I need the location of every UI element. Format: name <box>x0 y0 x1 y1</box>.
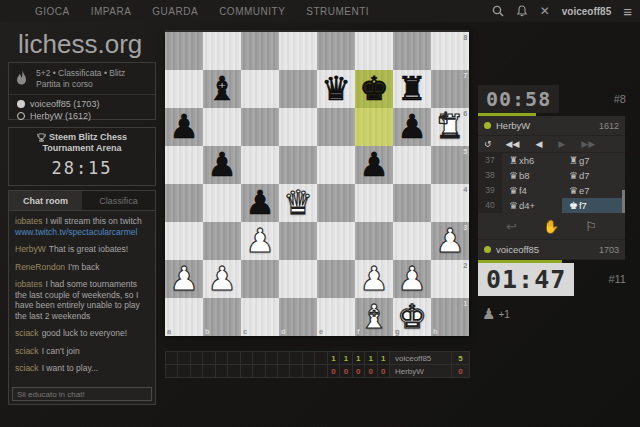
move-39-black[interactable]: ♛e7 <box>562 183 622 198</box>
square-g3[interactable] <box>393 222 431 260</box>
score-cell-empty <box>265 365 277 378</box>
resign-flag-icon[interactable]: ⚐ <box>585 219 597 234</box>
score-cell-empty <box>190 352 202 365</box>
black-pawn-a6[interactable]: ♟ <box>165 108 203 146</box>
rank-coordinate: 2 <box>463 261 467 270</box>
score-cell-empty <box>277 365 289 378</box>
move-piece-icon: ♛ <box>569 185 578 196</box>
score-cell-empty <box>190 365 202 378</box>
move-number: 40 <box>478 198 502 213</box>
square-a7[interactable] <box>165 70 203 108</box>
score-cell: 0 <box>352 365 364 378</box>
square-g6[interactable]: ♟ <box>393 108 431 146</box>
chat-message: HerbyWThat is great iobates! <box>15 244 149 255</box>
move-piece-icon: ♜ <box>509 155 518 166</box>
nav-item-gioca[interactable]: GIOCA <box>35 6 70 17</box>
own-tournament-rank: #11 <box>608 273 626 285</box>
takeback-icon[interactable]: ↩ <box>506 219 517 234</box>
score-cell-empty <box>215 365 227 378</box>
black-pawn-f5[interactable]: ♟ <box>355 146 393 184</box>
square-c7[interactable] <box>241 70 279 108</box>
score-cell-empty <box>178 365 190 378</box>
move-37-white[interactable]: ♜xh6 <box>502 153 562 168</box>
score-row-voiceoff85: 11111voiceoff855 <box>166 352 470 365</box>
file-coordinate: h <box>433 327 438 336</box>
nav-item-strumenti[interactable]: STRUMENTI <box>306 6 369 17</box>
square-a4[interactable] <box>165 184 203 222</box>
score-cell-empty <box>253 352 265 365</box>
material-advantage: ♟ +1 <box>482 305 510 323</box>
game-player-black[interactable]: HerbyW (1612) <box>9 110 155 122</box>
move-number: 37 <box>478 153 502 168</box>
score-cell-empty <box>166 365 178 378</box>
square-f3[interactable] <box>355 222 393 260</box>
own-name[interactable]: voiceoff85 <box>496 244 594 255</box>
nav-item-impara[interactable]: IMPARA <box>91 6 132 17</box>
white-pawn-b2[interactable]: ♟ <box>203 260 241 298</box>
move-piece-icon: ♛ <box>569 170 578 181</box>
game-player-white[interactable]: voiceoff85 (1703) <box>9 98 155 110</box>
flip-cycle-button[interactable]: ↺ <box>484 139 492 149</box>
move-39-white[interactable]: ♛f4 <box>502 183 562 198</box>
score-cell: 0 <box>327 365 339 378</box>
score-player-name[interactable]: voiceoff85 <box>389 352 451 365</box>
square-g1[interactable]: g♚ <box>393 298 431 336</box>
score-cell: 1 <box>365 352 377 365</box>
square-e1[interactable]: e <box>317 298 355 336</box>
square-h8[interactable]: 8 <box>431 32 469 70</box>
score-cell: 0 <box>340 365 352 378</box>
score-total: 5 <box>451 352 469 365</box>
score-cell-empty <box>277 352 289 365</box>
square-b8[interactable] <box>203 32 241 70</box>
rank-coordinate: 3 <box>463 223 467 232</box>
chat-message: sciackgood luck to everyone! <box>15 328 149 339</box>
square-e6[interactable] <box>317 108 355 146</box>
score-cell-empty <box>315 365 327 378</box>
square-e5[interactable] <box>317 146 355 184</box>
square-e2[interactable] <box>317 260 355 298</box>
square-h5[interactable]: 5 <box>431 146 469 184</box>
trophy-icon <box>37 133 46 142</box>
score-cell-empty <box>290 352 302 365</box>
square-d6[interactable] <box>279 108 317 146</box>
black-pawn-g6[interactable]: ♟ <box>393 108 431 146</box>
move-37-black[interactable]: ♜g7 <box>562 153 622 168</box>
square-b6[interactable] <box>203 108 241 146</box>
square-g4[interactable] <box>393 184 431 222</box>
move-38-black[interactable]: ♛d7 <box>562 168 622 183</box>
square-g7[interactable]: ♜ <box>393 70 431 108</box>
square-d2[interactable] <box>279 260 317 298</box>
square-c4[interactable]: ♟ <box>241 184 279 222</box>
square-c8[interactable] <box>241 32 279 70</box>
chat-username[interactable]: sciack <box>15 346 39 356</box>
square-e7[interactable]: ♛ <box>317 70 355 108</box>
chat-username[interactable]: sciack <box>15 328 39 338</box>
black-queen-e7[interactable]: ♛ <box>317 70 355 108</box>
score-cell-empty <box>315 352 327 365</box>
chat-username[interactable]: sciack <box>15 363 39 373</box>
last-move-button[interactable]: ▶▶ <box>581 139 595 149</box>
square-a1[interactable]: a <box>165 298 203 336</box>
chat-message: iobatesI had some tournaments the last c… <box>15 279 149 321</box>
chat-messages: iobatesI will stream this on twitchwww.t… <box>9 211 155 385</box>
square-a3[interactable] <box>165 222 203 260</box>
square-h2[interactable]: 2 <box>431 260 469 298</box>
score-cell-empty <box>215 352 227 365</box>
square-d5[interactable] <box>279 146 317 184</box>
square-f4[interactable] <box>355 184 393 222</box>
black-pawn-c4[interactable]: ♟ <box>241 184 279 222</box>
square-h3[interactable]: 3♟ <box>431 222 469 260</box>
rank-coordinate: 7 <box>463 71 467 80</box>
square-e4[interactable] <box>317 184 355 222</box>
square-b5[interactable]: ♟ <box>203 146 241 184</box>
black-rook-g7[interactable]: ♜ <box>393 70 431 108</box>
square-a8[interactable] <box>165 32 203 70</box>
square-f6[interactable] <box>355 108 393 146</box>
score-cell-empty <box>302 352 314 365</box>
score-cell-empty <box>240 365 252 378</box>
own-clock-row: 01:47 <box>478 263 628 296</box>
square-c1[interactable]: c <box>241 298 279 336</box>
file-coordinate: e <box>319 327 323 336</box>
move-row: 37♜xh6♜g7 <box>478 153 625 168</box>
rank-coordinate: 4 <box>463 185 467 194</box>
score-cell: 0 <box>365 365 377 378</box>
square-d8[interactable] <box>279 32 317 70</box>
chat-tabs: Chat roomClassifica <box>9 191 155 211</box>
chat-link[interactable]: www.twitch.tv/spectacularcarmel <box>15 227 149 238</box>
tournament-clock: 28:15 <box>9 158 155 178</box>
score-cell-empty <box>253 365 265 378</box>
move-40-white[interactable]: ♛d4+ <box>502 198 562 213</box>
move-piece-icon: ♛ <box>509 200 518 211</box>
file-coordinate: f <box>357 327 360 336</box>
score-cell-empty <box>228 352 240 365</box>
file-coordinate: g <box>395 327 400 336</box>
online-dot-icon <box>484 122 491 129</box>
chat-username[interactable]: iobates <box>15 279 42 289</box>
chat-username[interactable]: ReneRondon <box>15 262 65 272</box>
move-nav-controls: ↺ ◀◀ ◀ ▶ ▶▶ <box>478 136 625 153</box>
game-players-list: voiceoff85 (1703)HerbyW (1612) <box>9 95 155 122</box>
game-info-panel: 5+2 • Classificata • Blitz Partita in co… <box>8 62 156 120</box>
opponent-tournament-rank: #8 <box>614 93 626 105</box>
score-cell-empty <box>203 352 215 365</box>
square-d7[interactable] <box>279 70 317 108</box>
next-move-button[interactable]: ▶ <box>558 139 565 149</box>
chess-board[interactable]: 8♝♛♚♜7♟♟6♜♟♟5♟♛4♟3♟♟♟♟♟2abcdef♝g♚1h <box>165 30 469 334</box>
chat-message: sciackI want to play... <box>15 363 149 374</box>
score-cell: 1 <box>352 352 364 365</box>
game-mode-line: 5+2 • Classificata • Blitz <box>36 68 125 79</box>
mouse-cursor-hand-icon: ☝ <box>438 108 448 128</box>
chat-input[interactable]: Sii educato in chat! <box>12 387 152 401</box>
square-h6[interactable]: 6♜ <box>431 108 469 146</box>
score-cell-empty <box>166 352 178 365</box>
score-cell: 1 <box>340 352 352 365</box>
square-e8[interactable] <box>317 32 355 70</box>
own-rating: 1703 <box>599 245 619 255</box>
chat-panel: Chat roomClassifica iobatesI will stream… <box>8 190 156 405</box>
game-action-buttons: ↩ ✋ ⚐ <box>478 213 625 240</box>
square-a6[interactable]: ♟ <box>165 108 203 146</box>
score-row-HerbyW: 00000HerbyW0 <box>166 365 470 378</box>
rank-coordinate: 6 <box>463 109 467 118</box>
square-d3[interactable] <box>279 222 317 260</box>
square-b7[interactable]: ♝ <box>203 70 241 108</box>
rank-coordinate: 1 <box>463 299 467 308</box>
black-disc-icon <box>17 112 25 120</box>
white-bishop-f1[interactable]: ♝ <box>355 298 393 336</box>
white-pawn-f2[interactable]: ♟ <box>355 260 393 298</box>
move-row: 38♛b8♛d7 <box>478 168 625 183</box>
square-h1[interactable]: 1h <box>431 298 469 336</box>
move-row: 39♛f4♛e7 <box>478 183 625 198</box>
opponent-clock-row: 00:58 <box>478 85 628 113</box>
score-cell-empty <box>178 352 190 365</box>
score-cell-empty <box>228 365 240 378</box>
square-b2[interactable]: ♟ <box>203 260 241 298</box>
black-pawn-b5[interactable]: ♟ <box>203 146 241 184</box>
white-pawn-g2[interactable]: ♟ <box>393 260 431 298</box>
move-piece-icon: ♜ <box>569 155 578 166</box>
score-cell-empty <box>302 365 314 378</box>
chat-tab-chat-room[interactable]: Chat room <box>9 191 82 210</box>
move-40-black[interactable]: ♚f7 <box>562 198 622 213</box>
square-f1[interactable]: f♝ <box>355 298 393 336</box>
move-piece-icon: ♛ <box>509 185 518 196</box>
move-piece-icon: ♚ <box>569 200 578 211</box>
square-f5[interactable]: ♟ <box>355 146 393 184</box>
square-c2[interactable] <box>241 260 279 298</box>
move-row: 40♛d4+♚f7 <box>478 198 625 213</box>
opponent-clock: 00:58 <box>478 85 559 113</box>
square-f7[interactable]: ♚ <box>355 70 393 108</box>
file-coordinate: a <box>167 327 171 336</box>
square-d4[interactable]: ♛ <box>279 184 317 222</box>
score-cell: 0 <box>377 365 389 378</box>
rank-coordinate: 5 <box>463 147 467 156</box>
material-value: +1 <box>498 309 509 320</box>
opponent-name[interactable]: HerbyW <box>496 120 594 131</box>
score-total: 0 <box>451 365 469 378</box>
blitz-flame-icon <box>15 70 29 88</box>
chat-message: sciackI can't join <box>15 346 149 357</box>
black-king-f7[interactable]: ♚ <box>355 70 393 108</box>
nav-menu: GIOCAIMPARAGUARDACOMMUNITYSTRUMENTI <box>35 6 369 17</box>
square-c6[interactable] <box>241 108 279 146</box>
first-move-button[interactable]: ◀◀ <box>506 139 520 149</box>
square-e3[interactable] <box>317 222 355 260</box>
nav-item-guarda[interactable]: GUARDA <box>152 6 198 17</box>
square-a2[interactable]: ♟ <box>165 260 203 298</box>
tournament-panel: Steem Blitz Chess Tournament Arena 28:15 <box>8 127 156 186</box>
score-cell: 1 <box>377 352 389 365</box>
file-coordinate: b <box>205 327 210 336</box>
move-number: 38 <box>478 168 502 183</box>
square-g8[interactable] <box>393 32 431 70</box>
square-h7[interactable]: 7 <box>431 70 469 108</box>
white-pawn-a2[interactable]: ♟ <box>165 260 203 298</box>
square-a5[interactable] <box>165 146 203 184</box>
online-dot-icon <box>484 246 491 253</box>
square-b4[interactable] <box>203 184 241 222</box>
score-cell-empty <box>203 365 215 378</box>
chat-tab-classifica[interactable]: Classifica <box>82 191 155 210</box>
tournament-score-sheet: 11111voiceoff85500000HerbyW0 <box>165 351 470 378</box>
file-coordinate: c <box>243 327 247 336</box>
move-list-scrollbar[interactable] <box>622 190 625 215</box>
square-c5[interactable] <box>241 146 279 184</box>
move-number: 39 <box>478 183 502 198</box>
square-f8[interactable] <box>355 32 393 70</box>
score-cell: 1 <box>327 352 339 365</box>
chat-message: iobatesI will stream this on twitchwww.t… <box>15 216 149 237</box>
score-cell-empty <box>240 352 252 365</box>
square-h4[interactable]: 4 <box>431 184 469 222</box>
square-g5[interactable] <box>393 146 431 184</box>
score-cell-empty <box>265 352 277 365</box>
own-player-bar[interactable]: voiceoff85 1703 <box>478 240 625 260</box>
square-b1[interactable]: b <box>203 298 241 336</box>
move-list: 37♜xh6♜g738♛b8♛d739♛f4♛e740♛d4+♚f7 <box>478 153 625 213</box>
chat-username[interactable]: HerbyW <box>15 244 46 254</box>
chat-message: ReneRondonI'm back <box>15 262 149 273</box>
rank-coordinate: 8 <box>463 33 467 42</box>
game-status-line: Partita in corso <box>36 79 125 90</box>
square-d1[interactable]: d <box>279 298 317 336</box>
move-piece-icon: ♛ <box>509 170 518 181</box>
score-cell-empty <box>290 365 302 378</box>
nav-item-community[interactable]: COMMUNITY <box>219 6 285 17</box>
black-bishop-b7[interactable]: ♝ <box>203 70 241 108</box>
tournament-title[interactable]: Steem Blitz Chess Tournament Arena <box>9 128 155 154</box>
square-c3[interactable]: ♟ <box>241 222 279 260</box>
square-b3[interactable] <box>203 222 241 260</box>
white-pawn-c3[interactable]: ♟ <box>241 222 279 260</box>
square-g2[interactable]: ♟ <box>393 260 431 298</box>
move-38-white[interactable]: ♛b8 <box>502 168 562 183</box>
opponent-player-bar[interactable]: HerbyW 1612 <box>478 116 625 136</box>
captured-pawn-icon: ♟ <box>482 305 495 323</box>
chat-username[interactable]: iobates <box>15 216 42 226</box>
site-logo[interactable]: lichess.org <box>18 29 142 60</box>
prev-move-button[interactable]: ◀ <box>535 139 542 149</box>
own-clock-active: 01:47 <box>478 263 574 296</box>
white-disc-icon <box>17 100 25 108</box>
white-queen-d4[interactable]: ♛ <box>279 184 317 222</box>
score-player-name[interactable]: HerbyW <box>389 365 451 378</box>
opponent-rating: 1612 <box>599 121 619 131</box>
file-coordinate: d <box>281 327 286 336</box>
offer-draw-icon[interactable]: ✋ <box>543 219 559 234</box>
square-f2[interactable]: ♟ <box>355 260 393 298</box>
game-side-panel: 00:58 #8 HerbyW 1612 ↺ ◀◀ ◀ ▶ ▶▶ 37♜xh6♜… <box>478 0 628 427</box>
